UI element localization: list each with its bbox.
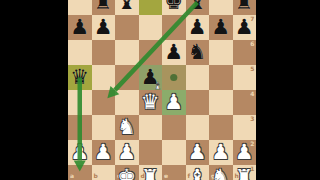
square-b7[interactable]: ♟	[92, 15, 116, 40]
black-pawn[interactable]: ♟	[68, 15, 92, 40]
white-pawn[interactable]: ♟	[115, 140, 139, 165]
square-b4[interactable]	[92, 90, 116, 115]
square-b5[interactable]	[92, 65, 116, 90]
white-pawn[interactable]: ♟	[186, 140, 210, 165]
square-f2[interactable]: ♟	[186, 140, 210, 165]
square-d1[interactable]: d♜	[139, 165, 163, 180]
square-c7[interactable]	[115, 15, 139, 40]
square-a2[interactable]: ♟	[68, 140, 92, 165]
square-b6[interactable]	[92, 40, 116, 65]
black-pawn[interactable]: ♟	[92, 15, 116, 40]
white-bishop[interactable]: ♝	[186, 165, 210, 180]
square-g4[interactable]	[209, 90, 233, 115]
square-c3[interactable]: ♞	[115, 115, 139, 140]
square-a8[interactable]	[68, 0, 92, 15]
square-c6[interactable]	[115, 40, 139, 65]
square-a4[interactable]	[68, 90, 92, 115]
video-frame: ♜♝♚♝8♜♟♟♟♟7♟♟♞6♛♟5♛♟4♞3♟♟♟♟♟2♟abc♚d♜ef♝g…	[0, 0, 320, 180]
square-e1[interactable]: e	[162, 165, 186, 180]
square-g5[interactable]	[209, 65, 233, 90]
square-b2[interactable]: ♟	[92, 140, 116, 165]
black-bishop[interactable]: ♝	[186, 0, 210, 15]
square-d6[interactable]	[139, 40, 163, 65]
square-a3[interactable]	[68, 115, 92, 140]
black-knight[interactable]: ♞	[186, 40, 210, 65]
square-d3[interactable]	[139, 115, 163, 140]
square-h1[interactable]: 1h♜	[233, 165, 257, 180]
square-e7[interactable]	[162, 15, 186, 40]
square-c1[interactable]: c♚	[115, 165, 139, 180]
white-queen[interactable]: ♛	[139, 90, 163, 115]
square-f1[interactable]: f♝	[186, 165, 210, 180]
black-queen[interactable]: ♛	[68, 65, 92, 90]
white-rook[interactable]: ♜	[233, 165, 257, 180]
square-a5[interactable]: ♛	[68, 65, 92, 90]
white-knight[interactable]: ♞	[209, 165, 233, 180]
square-g3[interactable]	[209, 115, 233, 140]
square-f5[interactable]	[186, 65, 210, 90]
rank-label-3: 3	[250, 116, 254, 122]
square-d2[interactable]	[139, 140, 163, 165]
file-label-b: b	[94, 173, 98, 179]
rank-label-5: 5	[250, 66, 254, 72]
square-d7[interactable]	[139, 15, 163, 40]
black-pawn[interactable]: ♟	[186, 15, 210, 40]
white-pawn[interactable]: ♟	[233, 140, 257, 165]
rank-label-6: 6	[250, 41, 254, 47]
file-label-a: a	[70, 173, 74, 179]
square-a6[interactable]	[68, 40, 92, 65]
square-h7[interactable]: 7♟	[233, 15, 257, 40]
square-g1[interactable]: g♞	[209, 165, 233, 180]
rank-label-4: 4	[250, 91, 254, 97]
square-f8[interactable]: ♝	[186, 0, 210, 15]
white-knight[interactable]: ♞	[115, 115, 139, 140]
black-rook[interactable]: ♜	[233, 0, 257, 15]
square-c4[interactable]	[115, 90, 139, 115]
white-pawn[interactable]: ♟	[92, 140, 116, 165]
square-e6[interactable]: ♟	[162, 40, 186, 65]
square-g6[interactable]	[209, 40, 233, 65]
square-a7[interactable]: ♟	[68, 15, 92, 40]
square-c5[interactable]	[115, 65, 139, 90]
square-e5[interactable]	[162, 65, 186, 90]
square-f4[interactable]	[186, 90, 210, 115]
square-a1[interactable]: a	[68, 165, 92, 180]
white-rook[interactable]: ♜	[139, 165, 163, 180]
black-king[interactable]: ♚	[162, 0, 186, 15]
square-b8[interactable]: ♜	[92, 0, 116, 15]
square-g2[interactable]: ♟	[209, 140, 233, 165]
square-d8[interactable]	[139, 0, 163, 15]
black-pawn[interactable]: ♟	[233, 15, 257, 40]
black-rook[interactable]: ♜	[92, 0, 116, 15]
white-pawn[interactable]: ♟	[68, 140, 92, 165]
square-h6[interactable]: 6	[233, 40, 257, 65]
square-g7[interactable]: ♟	[209, 15, 233, 40]
square-e8[interactable]: ♚	[162, 0, 186, 15]
square-d5[interactable]: ♟	[139, 65, 163, 90]
white-pawn[interactable]: ♟	[162, 90, 186, 115]
square-b3[interactable]	[92, 115, 116, 140]
square-h5[interactable]: 5	[233, 65, 257, 90]
square-h4[interactable]: 4	[233, 90, 257, 115]
chess-board[interactable]: ♜♝♚♝8♜♟♟♟♟7♟♟♞6♛♟5♛♟4♞3♟♟♟♟♟2♟abc♚d♜ef♝g…	[68, 0, 256, 180]
file-label-e: e	[164, 173, 168, 179]
square-f3[interactable]	[186, 115, 210, 140]
black-pawn[interactable]: ♟	[209, 15, 233, 40]
square-e4[interactable]: ♟	[162, 90, 186, 115]
square-d4[interactable]: ♛	[139, 90, 163, 115]
black-pawn[interactable]: ♟	[162, 40, 186, 65]
black-pawn[interactable]: ♟	[139, 65, 163, 90]
black-bishop[interactable]: ♝	[115, 0, 139, 15]
square-f6[interactable]: ♞	[186, 40, 210, 65]
square-h2[interactable]: 2♟	[233, 140, 257, 165]
square-c2[interactable]: ♟	[115, 140, 139, 165]
white-pawn[interactable]: ♟	[209, 140, 233, 165]
square-h8[interactable]: 8♜	[233, 0, 257, 15]
square-c8[interactable]: ♝	[115, 0, 139, 15]
square-g8[interactable]	[209, 0, 233, 15]
square-h3[interactable]: 3	[233, 115, 257, 140]
square-e2[interactable]	[162, 140, 186, 165]
white-king[interactable]: ♚	[115, 165, 139, 180]
square-b1[interactable]: b	[92, 165, 116, 180]
square-f7[interactable]: ♟	[186, 15, 210, 40]
square-e3[interactable]	[162, 115, 186, 140]
